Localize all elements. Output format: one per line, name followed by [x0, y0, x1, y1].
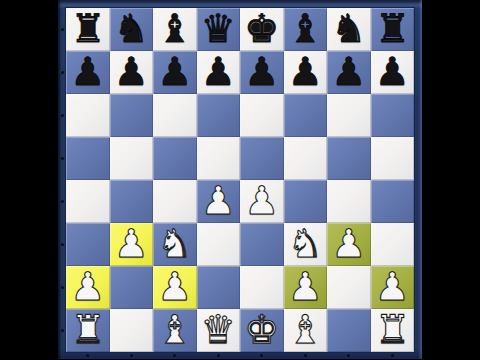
square-f2[interactable]: ♟	[284, 266, 328, 309]
square-g5[interactable]	[327, 137, 371, 180]
file-marker-d	[197, 352, 241, 359]
square-d2[interactable]	[197, 266, 241, 309]
piece-black-queen[interactable]: ♛	[201, 9, 236, 48]
square-e8[interactable]: ♚	[240, 8, 284, 51]
square-f6[interactable]	[284, 94, 328, 137]
rank-marker-4	[58, 180, 66, 223]
piece-white-pawn[interactable]: ♟	[114, 224, 149, 263]
square-b8[interactable]: ♞	[110, 8, 154, 51]
square-g2[interactable]	[327, 266, 371, 309]
square-c1[interactable]: ♝	[153, 309, 197, 352]
rank-marker-dot	[61, 114, 64, 117]
square-b5[interactable]	[110, 137, 154, 180]
square-a8[interactable]: ♜	[66, 8, 110, 51]
square-h5[interactable]	[371, 137, 415, 180]
piece-black-bishop[interactable]: ♝	[288, 9, 323, 48]
square-c7[interactable]: ♟	[153, 51, 197, 94]
rank-markers	[58, 8, 66, 352]
piece-black-pawn[interactable]: ♟	[70, 52, 105, 91]
square-e4[interactable]: ♟	[240, 180, 284, 223]
piece-black-pawn[interactable]: ♟	[244, 52, 279, 91]
piece-black-king[interactable]: ♚	[244, 9, 279, 48]
piece-white-pawn[interactable]: ♟	[201, 181, 236, 220]
piece-white-pawn[interactable]: ♟	[331, 224, 366, 263]
square-h2[interactable]: ♟	[371, 266, 415, 309]
square-e2[interactable]	[240, 266, 284, 309]
square-d7[interactable]: ♟	[197, 51, 241, 94]
piece-white-pawn[interactable]: ♟	[288, 267, 323, 306]
square-h1[interactable]: ♜	[371, 309, 415, 352]
file-marker-a	[66, 352, 110, 359]
square-g8[interactable]: ♞	[327, 8, 371, 51]
piece-black-bishop[interactable]: ♝	[157, 9, 192, 48]
piece-black-pawn[interactable]: ♟	[288, 52, 323, 91]
square-d5[interactable]	[197, 137, 241, 180]
piece-black-pawn[interactable]: ♟	[114, 52, 149, 91]
piece-white-pawn[interactable]: ♟	[375, 267, 410, 306]
video-frame: ♜♞♝♛♚♝♞♜♟♟♟♟♟♟♟♟♟♟♟♞♞♟♟♟♟♟♜♝♛♚♝♜	[0, 0, 480, 360]
piece-white-pawn[interactable]: ♟	[244, 181, 279, 220]
square-g4[interactable]	[327, 180, 371, 223]
piece-black-knight[interactable]: ♞	[331, 9, 366, 48]
file-marker-dot	[304, 354, 307, 357]
letterbox-right	[422, 0, 480, 360]
rank-marker-dot	[61, 71, 64, 74]
piece-black-pawn[interactable]: ♟	[331, 52, 366, 91]
square-h4[interactable]	[371, 180, 415, 223]
square-c3[interactable]: ♞	[153, 223, 197, 266]
file-marker-c	[153, 352, 197, 359]
piece-white-bishop[interactable]: ♝	[157, 310, 192, 349]
letterbox-left	[0, 0, 58, 360]
square-c5[interactable]	[153, 137, 197, 180]
file-marker-dot	[130, 354, 133, 357]
square-g7[interactable]: ♟	[327, 51, 371, 94]
rank-marker-dot	[61, 200, 64, 203]
rank-marker-1	[58, 309, 66, 352]
piece-black-rook[interactable]: ♜	[375, 9, 410, 48]
rank-marker-2	[58, 266, 66, 309]
square-e1[interactable]: ♚	[240, 309, 284, 352]
square-c8[interactable]: ♝	[153, 8, 197, 51]
file-marker-dot	[391, 354, 394, 357]
file-marker-g	[327, 352, 371, 359]
square-h7[interactable]: ♟	[371, 51, 415, 94]
square-f7[interactable]: ♟	[284, 51, 328, 94]
square-b3[interactable]: ♟	[110, 223, 154, 266]
file-marker-h	[371, 352, 415, 359]
file-marker-dot	[260, 354, 263, 357]
square-c6[interactable]	[153, 94, 197, 137]
rank-marker-5	[58, 137, 66, 180]
square-a7[interactable]: ♟	[66, 51, 110, 94]
rank-marker-8	[58, 8, 66, 51]
piece-white-knight[interactable]: ♞	[288, 224, 323, 263]
piece-black-pawn[interactable]: ♟	[201, 52, 236, 91]
square-f8[interactable]: ♝	[284, 8, 328, 51]
square-d6[interactable]	[197, 94, 241, 137]
square-a1[interactable]: ♜	[66, 309, 110, 352]
piece-white-king[interactable]: ♚	[244, 310, 279, 349]
square-e7[interactable]: ♟	[240, 51, 284, 94]
square-c2[interactable]: ♟	[153, 266, 197, 309]
rank-marker-3	[58, 223, 66, 266]
square-b6[interactable]	[110, 94, 154, 137]
piece-black-rook[interactable]: ♜	[70, 9, 105, 48]
rank-marker-dot	[61, 243, 64, 246]
file-marker-dot	[217, 354, 220, 357]
piece-white-knight[interactable]: ♞	[157, 224, 192, 263]
square-g6[interactable]	[327, 94, 371, 137]
chess-board-frame: ♜♞♝♛♚♝♞♜♟♟♟♟♟♟♟♟♟♟♟♞♞♟♟♟♟♟♜♝♛♚♝♜	[58, 0, 422, 359]
square-g3[interactable]: ♟	[327, 223, 371, 266]
file-marker-f	[284, 352, 328, 359]
square-h6[interactable]	[371, 94, 415, 137]
file-marker-b	[110, 352, 154, 359]
square-f3[interactable]: ♞	[284, 223, 328, 266]
piece-white-rook[interactable]: ♜	[375, 310, 410, 349]
square-b2[interactable]	[110, 266, 154, 309]
square-a2[interactable]: ♟	[66, 266, 110, 309]
square-d1[interactable]: ♛	[197, 309, 241, 352]
piece-white-pawn[interactable]: ♟	[70, 267, 105, 306]
file-marker-e	[240, 352, 284, 359]
piece-white-rook[interactable]: ♜	[70, 310, 105, 349]
file-marker-dot	[347, 354, 350, 357]
piece-black-knight[interactable]: ♞	[114, 9, 149, 48]
square-a6[interactable]	[66, 94, 110, 137]
rank-marker-6	[58, 94, 66, 137]
file-markers	[66, 352, 414, 359]
rank-marker-7	[58, 51, 66, 94]
rank-marker-dot	[61, 157, 64, 160]
square-b4[interactable]	[110, 180, 154, 223]
square-a3[interactable]	[66, 223, 110, 266]
square-f5[interactable]	[284, 137, 328, 180]
rank-marker-dot	[61, 286, 64, 289]
square-a4[interactable]	[66, 180, 110, 223]
square-b1[interactable]	[110, 309, 154, 352]
square-e6[interactable]	[240, 94, 284, 137]
square-c4[interactable]	[153, 180, 197, 223]
square-h8[interactable]: ♜	[371, 8, 415, 51]
rank-marker-dot	[61, 28, 64, 31]
piece-white-queen[interactable]: ♛	[201, 310, 236, 349]
square-a5[interactable]	[66, 137, 110, 180]
square-f1[interactable]: ♝	[284, 309, 328, 352]
square-h3[interactable]	[371, 223, 415, 266]
square-d4[interactable]: ♟	[197, 180, 241, 223]
square-d8[interactable]: ♛	[197, 8, 241, 51]
chess-board: ♜♞♝♛♚♝♞♜♟♟♟♟♟♟♟♟♟♟♟♞♞♟♟♟♟♟♜♝♛♚♝♜	[66, 8, 414, 352]
square-e3[interactable]	[240, 223, 284, 266]
square-b7[interactable]: ♟	[110, 51, 154, 94]
square-g1[interactable]	[327, 309, 371, 352]
piece-black-pawn[interactable]: ♟	[157, 52, 192, 91]
square-d3[interactable]	[197, 223, 241, 266]
piece-black-pawn[interactable]: ♟	[375, 52, 410, 91]
piece-white-pawn[interactable]: ♟	[157, 267, 192, 306]
rank-marker-dot	[61, 329, 64, 332]
file-marker-dot	[86, 354, 89, 357]
square-e5[interactable]	[240, 137, 284, 180]
piece-white-bishop[interactable]: ♝	[288, 310, 323, 349]
square-f4[interactable]	[284, 180, 328, 223]
file-marker-dot	[173, 354, 176, 357]
